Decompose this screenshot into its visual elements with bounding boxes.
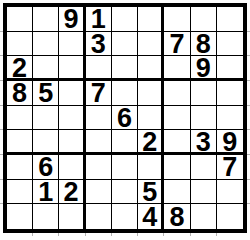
cell-r2c4[interactable]: 3 bbox=[86, 32, 112, 57]
tick-right-row1 bbox=[247, 31, 250, 32]
cell-r5c5[interactable]: 6 bbox=[112, 106, 138, 131]
cell-r2c7[interactable]: 7 bbox=[164, 32, 190, 57]
cell-r9c7[interactable]: 8 bbox=[164, 204, 190, 229]
given-digit-r4c4: 7 bbox=[91, 81, 106, 106]
cell-r3c3[interactable] bbox=[59, 56, 85, 81]
tick-right-row8 bbox=[247, 203, 250, 204]
cell-r5c7[interactable] bbox=[164, 106, 190, 131]
cell-r1c7[interactable] bbox=[164, 7, 190, 32]
cell-r2c3[interactable] bbox=[59, 32, 85, 57]
cell-r7c3[interactable] bbox=[59, 155, 85, 180]
tick-left-row5 bbox=[0, 129, 3, 130]
tick-right-row3 bbox=[247, 80, 250, 81]
cell-r6c1[interactable] bbox=[7, 130, 33, 155]
cell-r4c8[interactable] bbox=[191, 81, 217, 106]
cell-r4c7[interactable] bbox=[164, 81, 190, 106]
given-digit-r2c7: 7 bbox=[169, 32, 184, 57]
cell-r2c2[interactable] bbox=[33, 32, 59, 57]
tick-right-row2 bbox=[247, 55, 250, 56]
cell-r5c2[interactable] bbox=[33, 106, 59, 131]
cell-r8c5[interactable] bbox=[112, 180, 138, 205]
cell-r8c3[interactable]: 2 bbox=[59, 180, 85, 205]
cell-r7c6[interactable] bbox=[138, 155, 164, 180]
tick-left-row4 bbox=[0, 105, 3, 106]
cell-r6c2[interactable] bbox=[33, 130, 59, 155]
cell-r4c5[interactable] bbox=[112, 81, 138, 106]
cell-r4c6[interactable] bbox=[138, 81, 164, 106]
given-digit-r8c6: 5 bbox=[142, 180, 157, 205]
given-digit-r8c3: 2 bbox=[64, 180, 79, 205]
cell-r2c8[interactable]: 8 bbox=[191, 32, 217, 57]
given-digit-r4c1: 8 bbox=[12, 81, 27, 106]
given-digit-r9c7: 8 bbox=[169, 204, 184, 229]
tick-bottom-col5 bbox=[137, 233, 138, 236]
cell-r7c9[interactable]: 7 bbox=[217, 155, 243, 180]
cell-r8c9[interactable] bbox=[217, 180, 243, 205]
cell-r4c9[interactable] bbox=[217, 81, 243, 106]
given-digit-r6c8: 3 bbox=[196, 130, 211, 155]
cell-r1c1[interactable] bbox=[7, 7, 33, 32]
cell-r2c5[interactable] bbox=[112, 32, 138, 57]
cell-r4c4[interactable]: 7 bbox=[86, 81, 112, 106]
given-digit-r6c6: 2 bbox=[142, 130, 157, 155]
cell-r6c4[interactable] bbox=[86, 130, 112, 155]
sudoku-board: 913782985762396712548 bbox=[3, 3, 247, 233]
cell-r2c6[interactable] bbox=[138, 32, 164, 57]
cell-r9c1[interactable] bbox=[7, 204, 33, 229]
cell-r3c1[interactable]: 2 bbox=[7, 56, 33, 81]
cell-r1c5[interactable] bbox=[112, 7, 138, 32]
given-digit-r2c8: 8 bbox=[196, 32, 211, 57]
cell-r6c9[interactable]: 9 bbox=[217, 130, 243, 155]
tick-bottom-col2 bbox=[58, 233, 59, 236]
cell-r7c4[interactable] bbox=[86, 155, 112, 180]
tick-bottom-col8 bbox=[216, 233, 217, 236]
tick-left-row7 bbox=[0, 179, 3, 180]
cell-r1c9[interactable] bbox=[217, 7, 243, 32]
cell-r9c5[interactable] bbox=[112, 204, 138, 229]
cell-r3c2[interactable] bbox=[33, 56, 59, 81]
cell-r1c2[interactable] bbox=[33, 7, 59, 32]
tick-bottom-col3 bbox=[85, 233, 86, 236]
tick-left-row6 bbox=[0, 154, 3, 155]
tick-right-row6 bbox=[247, 154, 250, 155]
given-digit-r1c4: 1 bbox=[91, 7, 106, 32]
cell-r2c9[interactable] bbox=[217, 32, 243, 57]
tick-left-row1 bbox=[0, 31, 3, 32]
tick-bottom-col1 bbox=[32, 233, 33, 236]
given-digit-r7c9: 7 bbox=[222, 155, 237, 180]
given-digit-r8c2: 1 bbox=[38, 180, 53, 205]
cell-r7c8[interactable] bbox=[191, 155, 217, 180]
tick-left-row8 bbox=[0, 203, 3, 204]
cell-r4c1[interactable]: 8 bbox=[7, 81, 33, 106]
cell-r8c7[interactable] bbox=[164, 180, 190, 205]
cell-r1c4[interactable]: 1 bbox=[86, 7, 112, 32]
cell-r9c4[interactable] bbox=[86, 204, 112, 229]
cell-r3c7[interactable] bbox=[164, 56, 190, 81]
given-digit-r7c2: 6 bbox=[38, 155, 53, 180]
cell-r4c3[interactable] bbox=[59, 81, 85, 106]
given-digit-r1c3: 9 bbox=[64, 7, 79, 32]
cell-r9c6[interactable]: 4 bbox=[138, 204, 164, 229]
cell-r2c1[interactable] bbox=[7, 32, 33, 57]
tick-right-row4 bbox=[247, 105, 250, 106]
cell-r5c3[interactable] bbox=[59, 106, 85, 131]
tick-left-row3 bbox=[0, 80, 3, 81]
cell-r9c8[interactable] bbox=[191, 204, 217, 229]
cell-r3c9[interactable] bbox=[217, 56, 243, 81]
cell-r5c1[interactable] bbox=[7, 106, 33, 131]
cell-r6c8[interactable]: 3 bbox=[191, 130, 217, 155]
tick-right-row5 bbox=[247, 129, 250, 130]
cell-r5c6[interactable] bbox=[138, 106, 164, 131]
cell-r8c8[interactable] bbox=[191, 180, 217, 205]
cell-r4c2[interactable]: 5 bbox=[33, 81, 59, 106]
given-digit-r6c9: 9 bbox=[222, 130, 237, 155]
cell-r3c6[interactable] bbox=[138, 56, 164, 81]
cell-r6c3[interactable] bbox=[59, 130, 85, 155]
tick-right-row7 bbox=[247, 179, 250, 180]
given-digit-r3c1: 2 bbox=[12, 56, 27, 81]
cell-r7c7[interactable] bbox=[164, 155, 190, 180]
cell-r1c6[interactable] bbox=[138, 7, 164, 32]
cell-r5c9[interactable] bbox=[217, 106, 243, 131]
cell-r5c8[interactable] bbox=[191, 106, 217, 131]
given-digit-r3c8: 9 bbox=[196, 56, 211, 81]
cell-r9c2[interactable] bbox=[33, 204, 59, 229]
sudoku-page: 913782985762396712548 bbox=[0, 0, 250, 240]
cell-r9c9[interactable] bbox=[217, 204, 243, 229]
tick-bottom-col6 bbox=[163, 233, 164, 236]
cell-r1c8[interactable] bbox=[191, 7, 217, 32]
cell-r8c2[interactable]: 1 bbox=[33, 180, 59, 205]
cell-r9c3[interactable] bbox=[59, 204, 85, 229]
cell-r1c3[interactable]: 9 bbox=[59, 7, 85, 32]
cell-r8c6[interactable]: 5 bbox=[138, 180, 164, 205]
cell-r5c4[interactable] bbox=[86, 106, 112, 131]
tick-bottom-col7 bbox=[190, 233, 191, 236]
cell-r3c5[interactable] bbox=[112, 56, 138, 81]
given-digit-r2c4: 3 bbox=[91, 32, 106, 57]
cell-r7c1[interactable] bbox=[7, 155, 33, 180]
given-digit-r9c6: 4 bbox=[142, 204, 157, 229]
cell-r7c2[interactable]: 6 bbox=[33, 155, 59, 180]
cell-r6c6[interactable]: 2 bbox=[138, 130, 164, 155]
cell-r7c5[interactable] bbox=[112, 155, 138, 180]
tick-bottom-col4 bbox=[111, 233, 112, 236]
given-digit-r4c2: 5 bbox=[38, 81, 53, 106]
cell-r8c1[interactable] bbox=[7, 180, 33, 205]
cell-r6c5[interactable] bbox=[112, 130, 138, 155]
cell-r8c4[interactable] bbox=[86, 180, 112, 205]
cell-r3c8[interactable]: 9 bbox=[191, 56, 217, 81]
cell-r3c4[interactable] bbox=[86, 56, 112, 81]
given-digit-r5c5: 6 bbox=[117, 106, 132, 131]
tick-left-row2 bbox=[0, 55, 3, 56]
cell-r6c7[interactable] bbox=[164, 130, 190, 155]
